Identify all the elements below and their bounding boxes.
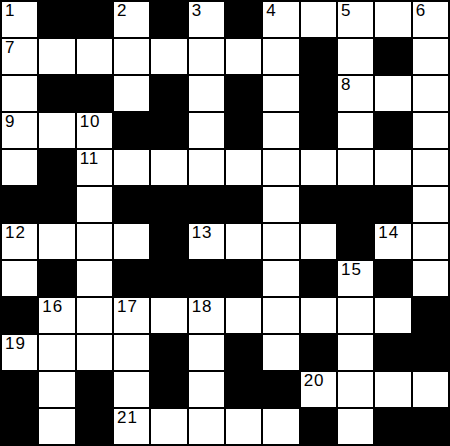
white-cell[interactable] [2, 150, 37, 185]
white-cell[interactable] [114, 224, 149, 259]
white-cell[interactable] [375, 298, 410, 333]
white-cell[interactable] [189, 409, 224, 444]
black-cell [301, 409, 336, 444]
white-cell[interactable]: 4 [263, 2, 298, 37]
white-cell[interactable] [263, 39, 298, 74]
white-cell[interactable] [114, 372, 149, 407]
white-cell[interactable] [338, 372, 373, 407]
white-cell[interactable]: 6 [413, 2, 448, 37]
clue-number: 8 [341, 76, 351, 94]
clue-number: 5 [341, 2, 351, 20]
black-cell [301, 335, 336, 370]
white-cell[interactable] [413, 261, 448, 296]
black-cell [77, 76, 112, 111]
white-cell[interactable]: 13 [189, 224, 224, 259]
white-cell[interactable] [413, 150, 448, 185]
clue-number: 3 [192, 2, 202, 20]
white-cell[interactable] [151, 39, 186, 74]
black-cell [301, 76, 336, 111]
black-cell [39, 187, 74, 222]
clue-number: 20 [304, 372, 325, 390]
white-cell[interactable] [263, 224, 298, 259]
white-cell[interactable]: 19 [2, 335, 37, 370]
black-cell [77, 372, 112, 407]
white-cell[interactable] [375, 372, 410, 407]
white-cell[interactable] [263, 150, 298, 185]
white-cell[interactable] [77, 261, 112, 296]
white-cell[interactable] [77, 335, 112, 370]
white-cell[interactable]: 14 [375, 224, 410, 259]
black-cell [39, 150, 74, 185]
white-cell[interactable]: 12 [2, 224, 37, 259]
black-cell [151, 261, 186, 296]
white-cell[interactable] [375, 150, 410, 185]
white-cell[interactable] [189, 113, 224, 148]
clue-number: 2 [117, 2, 127, 20]
white-cell[interactable] [189, 76, 224, 111]
white-cell[interactable] [189, 335, 224, 370]
clue-number: 17 [117, 298, 138, 316]
black-cell [301, 261, 336, 296]
white-cell[interactable] [263, 298, 298, 333]
white-cell[interactable] [114, 39, 149, 74]
black-cell [375, 335, 410, 370]
clue-number: 9 [5, 113, 15, 131]
black-cell [2, 187, 37, 222]
black-cell [151, 335, 186, 370]
black-cell [151, 224, 186, 259]
black-cell [2, 372, 37, 407]
black-cell [114, 187, 149, 222]
black-cell [151, 113, 186, 148]
white-cell[interactable] [226, 409, 261, 444]
clue-number: 11 [80, 150, 100, 168]
white-cell[interactable] [338, 150, 373, 185]
clue-number: 19 [5, 335, 26, 353]
black-cell [39, 76, 74, 111]
white-cell[interactable]: 20 [301, 372, 336, 407]
black-cell [301, 39, 336, 74]
black-cell [2, 298, 37, 333]
white-cell[interactable] [263, 335, 298, 370]
white-cell[interactable] [2, 76, 37, 111]
white-cell[interactable] [189, 372, 224, 407]
clue-number: 10 [80, 113, 101, 131]
white-cell[interactable] [263, 113, 298, 148]
white-cell[interactable] [39, 335, 74, 370]
white-cell[interactable]: 3 [189, 2, 224, 37]
clue-number: 14 [378, 224, 399, 242]
white-cell[interactable]: 5 [338, 2, 373, 37]
white-cell[interactable]: 10 [77, 113, 112, 148]
black-cell [39, 261, 74, 296]
clue-number: 4 [266, 2, 276, 20]
white-cell[interactable] [226, 150, 261, 185]
white-cell[interactable] [151, 409, 186, 444]
white-cell[interactable] [413, 224, 448, 259]
black-cell [226, 76, 261, 111]
white-cell[interactable] [77, 187, 112, 222]
white-cell[interactable]: 8 [338, 76, 373, 111]
white-cell[interactable]: 18 [189, 298, 224, 333]
white-cell[interactable] [301, 224, 336, 259]
white-cell[interactable]: 11 [77, 150, 112, 185]
black-cell [263, 372, 298, 407]
white-cell[interactable] [413, 76, 448, 111]
white-cell[interactable] [263, 409, 298, 444]
white-cell[interactable] [39, 224, 74, 259]
white-cell[interactable] [413, 113, 448, 148]
white-cell[interactable] [39, 39, 74, 74]
black-cell [189, 261, 224, 296]
black-cell [151, 372, 186, 407]
white-cell[interactable] [263, 76, 298, 111]
black-cell [226, 2, 261, 37]
white-cell[interactable] [39, 372, 74, 407]
clue-number: 18 [192, 298, 213, 316]
white-cell[interactable] [413, 39, 448, 74]
black-cell [375, 39, 410, 74]
white-cell[interactable] [39, 113, 74, 148]
white-cell[interactable] [151, 298, 186, 333]
black-cell [226, 372, 261, 407]
black-cell [151, 187, 186, 222]
black-cell [226, 113, 261, 148]
white-cell[interactable] [114, 76, 149, 111]
black-cell [77, 409, 112, 444]
black-cell [338, 224, 373, 259]
white-cell[interactable] [338, 39, 373, 74]
white-cell[interactable] [2, 261, 37, 296]
white-cell[interactable] [413, 372, 448, 407]
white-cell[interactable] [301, 298, 336, 333]
white-cell[interactable] [39, 409, 74, 444]
clue-number: 21 [117, 409, 138, 427]
black-cell [151, 2, 186, 37]
clue-number: 13 [192, 224, 213, 242]
white-cell[interactable]: 7 [2, 39, 37, 74]
white-cell[interactable] [189, 39, 224, 74]
black-cell [151, 76, 186, 111]
white-cell[interactable] [375, 2, 410, 37]
white-cell[interactable] [338, 335, 373, 370]
black-cell [375, 409, 410, 444]
white-cell[interactable] [226, 39, 261, 74]
white-cell[interactable] [226, 224, 261, 259]
white-cell[interactable] [301, 2, 336, 37]
white-cell[interactable]: 16 [39, 298, 74, 333]
black-cell [413, 298, 448, 333]
clue-number: 12 [5, 224, 26, 242]
white-cell[interactable]: 1 [2, 2, 37, 37]
white-cell[interactable] [151, 150, 186, 185]
white-cell[interactable] [77, 224, 112, 259]
black-cell [189, 187, 224, 222]
black-cell [301, 113, 336, 148]
white-cell[interactable]: 15 [338, 261, 373, 296]
white-cell[interactable] [189, 150, 224, 185]
black-cell [338, 187, 373, 222]
white-cell[interactable] [375, 76, 410, 111]
black-cell [375, 187, 410, 222]
white-cell[interactable] [226, 298, 261, 333]
black-cell [413, 409, 448, 444]
white-cell[interactable] [413, 187, 448, 222]
black-cell [375, 261, 410, 296]
black-cell [114, 261, 149, 296]
black-cell [375, 113, 410, 148]
clue-number: 16 [42, 298, 63, 316]
clue-number: 6 [416, 2, 426, 20]
white-cell[interactable] [114, 335, 149, 370]
white-cell[interactable] [301, 150, 336, 185]
white-cell[interactable] [114, 150, 149, 185]
black-cell [39, 2, 74, 37]
white-cell[interactable]: 9 [2, 113, 37, 148]
white-cell[interactable] [263, 261, 298, 296]
white-cell[interactable] [77, 298, 112, 333]
white-cell[interactable] [338, 298, 373, 333]
white-cell[interactable] [338, 409, 373, 444]
black-cell [226, 261, 261, 296]
black-cell [77, 2, 112, 37]
clue-number: 7 [5, 39, 15, 57]
white-cell[interactable]: 21 [114, 409, 149, 444]
black-cell [226, 335, 261, 370]
black-cell [226, 187, 261, 222]
white-cell[interactable]: 17 [114, 298, 149, 333]
crossword-grid: 123456789101112131415161718192021 [0, 0, 450, 446]
white-cell[interactable] [77, 39, 112, 74]
white-cell[interactable] [338, 113, 373, 148]
black-cell [301, 187, 336, 222]
clue-number: 1 [5, 2, 15, 20]
white-cell[interactable]: 2 [114, 2, 149, 37]
black-cell [114, 113, 149, 148]
clue-number: 15 [341, 261, 362, 279]
black-cell [2, 409, 37, 444]
black-cell [413, 335, 448, 370]
white-cell[interactable] [263, 187, 298, 222]
